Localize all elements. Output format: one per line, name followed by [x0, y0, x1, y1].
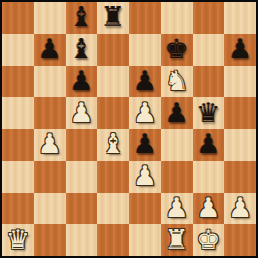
- square-h7[interactable]: ♟: [224, 34, 256, 66]
- chess-board: ♝♜♟♝♚♟♟♟♞♟♟♟♛♟♝♟♟♟♟♟♟♛♜♚: [2, 2, 256, 256]
- square-h8[interactable]: [224, 2, 256, 34]
- square-e5[interactable]: ♟: [129, 97, 161, 129]
- square-d5[interactable]: [97, 97, 129, 129]
- black-bishop-c7[interactable]: ♝: [69, 35, 93, 62]
- square-a5[interactable]: [2, 97, 34, 129]
- square-h2[interactable]: ♟: [224, 193, 256, 225]
- square-g5[interactable]: ♛: [193, 97, 225, 129]
- square-f2[interactable]: ♟: [161, 193, 193, 225]
- black-queen-g5[interactable]: ♛: [196, 99, 220, 126]
- square-h6[interactable]: [224, 66, 256, 98]
- white-pawn-e3[interactable]: ♟: [133, 162, 157, 189]
- square-e2[interactable]: [129, 193, 161, 225]
- black-pawn-c6[interactable]: ♟: [69, 67, 93, 94]
- square-c2[interactable]: [66, 193, 98, 225]
- square-g7[interactable]: [193, 34, 225, 66]
- white-knight-f6[interactable]: ♞: [165, 67, 189, 94]
- square-d1[interactable]: [97, 224, 129, 256]
- square-g2[interactable]: ♟: [193, 193, 225, 225]
- black-pawn-b7[interactable]: ♟: [38, 35, 62, 62]
- black-pawn-e6[interactable]: ♟: [133, 67, 157, 94]
- square-g3[interactable]: [193, 161, 225, 193]
- square-e1[interactable]: [129, 224, 161, 256]
- square-d2[interactable]: [97, 193, 129, 225]
- square-a7[interactable]: [2, 34, 34, 66]
- square-g6[interactable]: [193, 66, 225, 98]
- black-bishop-c8[interactable]: ♝: [69, 3, 93, 30]
- square-c7[interactable]: ♝: [66, 34, 98, 66]
- white-pawn-f2[interactable]: ♟: [165, 194, 189, 221]
- white-pawn-c5[interactable]: ♟: [69, 99, 93, 126]
- square-f8[interactable]: [161, 2, 193, 34]
- square-g4[interactable]: ♟: [193, 129, 225, 161]
- square-e3[interactable]: ♟: [129, 161, 161, 193]
- square-e8[interactable]: [129, 2, 161, 34]
- square-b8[interactable]: [34, 2, 66, 34]
- square-e6[interactable]: ♟: [129, 66, 161, 98]
- white-bishop-d4[interactable]: ♝: [101, 130, 125, 157]
- square-e7[interactable]: [129, 34, 161, 66]
- square-c1[interactable]: [66, 224, 98, 256]
- square-h5[interactable]: [224, 97, 256, 129]
- square-a1[interactable]: ♛: [2, 224, 34, 256]
- square-f6[interactable]: ♞: [161, 66, 193, 98]
- square-b5[interactable]: [34, 97, 66, 129]
- square-d8[interactable]: ♜: [97, 2, 129, 34]
- square-a6[interactable]: [2, 66, 34, 98]
- square-b7[interactable]: ♟: [34, 34, 66, 66]
- chess-board-frame: ♝♜♟♝♚♟♟♟♞♟♟♟♛♟♝♟♟♟♟♟♟♛♜♚: [0, 0, 258, 258]
- square-a3[interactable]: [2, 161, 34, 193]
- white-king-g1[interactable]: ♚: [196, 226, 220, 253]
- square-d6[interactable]: [97, 66, 129, 98]
- square-f1[interactable]: ♜: [161, 224, 193, 256]
- white-pawn-b4[interactable]: ♟: [38, 130, 62, 157]
- square-b1[interactable]: [34, 224, 66, 256]
- black-pawn-g4[interactable]: ♟: [196, 130, 220, 157]
- square-b3[interactable]: [34, 161, 66, 193]
- square-f4[interactable]: [161, 129, 193, 161]
- square-a2[interactable]: [2, 193, 34, 225]
- square-e4[interactable]: ♟: [129, 129, 161, 161]
- white-pawn-h2[interactable]: ♟: [228, 194, 252, 221]
- square-c8[interactable]: ♝: [66, 2, 98, 34]
- square-a8[interactable]: [2, 2, 34, 34]
- square-b6[interactable]: [34, 66, 66, 98]
- square-h4[interactable]: [224, 129, 256, 161]
- square-d3[interactable]: [97, 161, 129, 193]
- black-pawn-f5[interactable]: ♟: [165, 99, 189, 126]
- square-h1[interactable]: [224, 224, 256, 256]
- square-a4[interactable]: [2, 129, 34, 161]
- square-c3[interactable]: [66, 161, 98, 193]
- white-queen-a1[interactable]: ♛: [6, 226, 30, 253]
- white-pawn-g2[interactable]: ♟: [196, 194, 220, 221]
- square-d7[interactable]: [97, 34, 129, 66]
- white-rook-f1[interactable]: ♜: [165, 226, 189, 253]
- black-pawn-h7[interactable]: ♟: [228, 35, 252, 62]
- square-h3[interactable]: [224, 161, 256, 193]
- black-king-f7[interactable]: ♚: [165, 35, 189, 62]
- square-g8[interactable]: [193, 2, 225, 34]
- square-d4[interactable]: ♝: [97, 129, 129, 161]
- square-b2[interactable]: [34, 193, 66, 225]
- square-f3[interactable]: [161, 161, 193, 193]
- white-pawn-e5[interactable]: ♟: [133, 99, 157, 126]
- square-c4[interactable]: [66, 129, 98, 161]
- square-f5[interactable]: ♟: [161, 97, 193, 129]
- square-f7[interactable]: ♚: [161, 34, 193, 66]
- black-pawn-e4[interactable]: ♟: [133, 130, 157, 157]
- square-c6[interactable]: ♟: [66, 66, 98, 98]
- square-b4[interactable]: ♟: [34, 129, 66, 161]
- square-g1[interactable]: ♚: [193, 224, 225, 256]
- square-c5[interactable]: ♟: [66, 97, 98, 129]
- black-rook-d8[interactable]: ♜: [101, 3, 125, 30]
